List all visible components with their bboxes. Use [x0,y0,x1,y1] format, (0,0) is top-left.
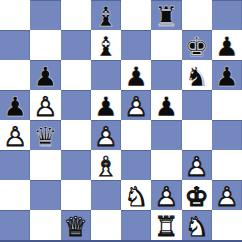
square-g8[interactable] [182,0,212,30]
piece-fill-glyph: ♚ [182,30,212,60]
piece-black-bishop[interactable]: ♝ [91,0,121,30]
piece-black-pawn[interactable]: ♟ [151,90,181,120]
square-d7[interactable]: ♝ [91,30,121,60]
square-d1[interactable] [91,210,121,240]
piece-outline-glyph: ♙ [30,90,60,120]
chess-board: ♝♜♝♚♟♟♟♞♟♟♟♙♟♟♙♟♟♙♛♟♙♝♗♟♙♞♘♟♙♚♔♟♙♛♕♜♖♞♘ [0,0,242,242]
piece-black-bishop[interactable]: ♝ [91,30,121,60]
square-f4[interactable] [151,120,181,150]
piece-white-pawn[interactable]: ♟♙ [121,90,151,120]
square-d3[interactable]: ♝♗ [91,150,121,180]
piece-fill-glyph: ♟ [212,60,242,90]
square-e6[interactable]: ♟ [121,60,151,90]
square-b4[interactable]: ♛ [30,120,60,150]
square-h7[interactable]: ♟ [212,30,242,60]
piece-outline-glyph: ♕ [61,210,91,240]
piece-outline-glyph: ♙ [212,180,242,210]
piece-white-pawn[interactable]: ♟♙ [182,150,212,180]
square-f2[interactable]: ♟♙ [151,180,181,210]
square-a4[interactable]: ♟♙ [0,120,30,150]
square-a7[interactable] [0,30,30,60]
piece-fill-glyph: ♟ [212,30,242,60]
piece-black-pawn[interactable]: ♟ [91,90,121,120]
piece-black-rook[interactable]: ♜ [151,0,181,30]
square-e4[interactable] [121,120,151,150]
square-c8[interactable] [61,0,91,30]
piece-outline-glyph: ♙ [91,120,121,150]
square-a8[interactable] [0,0,30,30]
square-d2[interactable] [91,180,121,210]
piece-outline-glyph: ♖ [151,210,181,240]
square-f6[interactable] [151,60,181,90]
square-a3[interactable] [0,150,30,180]
square-a1[interactable] [0,210,30,240]
square-b5[interactable]: ♟♙ [30,90,60,120]
piece-white-pawn[interactable]: ♟♙ [212,180,242,210]
piece-white-king[interactable]: ♚♔ [182,180,212,210]
square-e7[interactable] [121,30,151,60]
square-c7[interactable] [61,30,91,60]
square-g3[interactable]: ♟♙ [182,150,212,180]
square-d8[interactable]: ♝ [91,0,121,30]
square-d6[interactable] [91,60,121,90]
piece-white-queen[interactable]: ♛♕ [61,210,91,240]
square-h8[interactable] [212,0,242,30]
square-f3[interactable] [151,150,181,180]
piece-white-pawn[interactable]: ♟♙ [0,120,30,150]
square-g4[interactable] [182,120,212,150]
square-g6[interactable]: ♞ [182,60,212,90]
square-e5[interactable]: ♟♙ [121,90,151,120]
piece-fill-glyph: ♝ [91,0,121,30]
piece-outline-glyph: ♙ [121,90,151,120]
piece-black-king[interactable]: ♚ [182,30,212,60]
square-c4[interactable] [61,120,91,150]
piece-fill-glyph: ♞ [182,60,212,90]
piece-white-bishop[interactable]: ♝♗ [91,150,121,180]
square-g5[interactable] [182,90,212,120]
square-e3[interactable] [121,150,151,180]
square-b6[interactable]: ♟ [30,60,60,90]
square-h5[interactable] [212,90,242,120]
square-h4[interactable] [212,120,242,150]
piece-black-pawn[interactable]: ♟ [30,60,60,90]
piece-fill-glyph: ♜ [151,0,181,30]
square-b1[interactable] [30,210,60,240]
square-f1[interactable]: ♜♖ [151,210,181,240]
square-d4[interactable]: ♟♙ [91,120,121,150]
square-c2[interactable] [61,180,91,210]
square-g1[interactable]: ♞♘ [182,210,212,240]
piece-outline-glyph: ♔ [182,180,212,210]
square-e1[interactable] [121,210,151,240]
piece-fill-glyph: ♟ [151,90,181,120]
square-f7[interactable] [151,30,181,60]
square-a5[interactable]: ♟ [0,90,30,120]
piece-black-pawn[interactable]: ♟ [212,30,242,60]
square-c6[interactable] [61,60,91,90]
square-f5[interactable]: ♟ [151,90,181,120]
square-c3[interactable] [61,150,91,180]
piece-outline-glyph: ♙ [182,150,212,180]
piece-black-pawn[interactable]: ♟ [0,90,30,120]
piece-outline-glyph: ♘ [121,180,151,210]
piece-white-knight[interactable]: ♞♘ [182,210,212,240]
square-g7[interactable]: ♚ [182,30,212,60]
piece-outline-glyph: ♙ [151,180,181,210]
piece-black-knight[interactable]: ♞ [182,60,212,90]
square-h2[interactable]: ♟♙ [212,180,242,210]
square-h3[interactable] [212,150,242,180]
square-c5[interactable] [61,90,91,120]
piece-outline-glyph: ♗ [91,150,121,180]
square-d5[interactable]: ♟ [91,90,121,120]
square-f8[interactable]: ♜ [151,0,181,30]
piece-fill-glyph: ♟ [121,60,151,90]
piece-black-pawn[interactable]: ♟ [121,60,151,90]
square-e8[interactable] [121,0,151,30]
square-g2[interactable]: ♚♔ [182,180,212,210]
square-a2[interactable] [0,180,30,210]
piece-white-knight[interactable]: ♞♘ [121,180,151,210]
piece-black-pawn[interactable]: ♟ [212,60,242,90]
square-b7[interactable] [30,30,60,60]
square-h1[interactable] [212,210,242,240]
square-a6[interactable] [0,60,30,90]
square-e2[interactable]: ♞♘ [121,180,151,210]
square-h6[interactable]: ♟ [212,60,242,90]
piece-white-pawn[interactable]: ♟♙ [30,90,60,120]
piece-white-pawn[interactable]: ♟♙ [91,120,121,150]
square-b2[interactable] [30,180,60,210]
piece-fill-glyph: ♛ [30,120,60,150]
piece-fill-glyph: ♟ [91,90,121,120]
piece-black-queen[interactable]: ♛ [30,120,60,150]
piece-fill-glyph: ♟ [0,90,30,120]
piece-outline-glyph: ♘ [182,210,212,240]
square-c1[interactable]: ♛♕ [61,210,91,240]
square-b8[interactable] [30,0,60,30]
piece-white-pawn[interactable]: ♟♙ [151,180,181,210]
piece-white-rook[interactable]: ♜♖ [151,210,181,240]
piece-fill-glyph: ♝ [91,30,121,60]
piece-outline-glyph: ♙ [0,120,30,150]
piece-fill-glyph: ♟ [30,60,60,90]
square-b3[interactable] [30,150,60,180]
